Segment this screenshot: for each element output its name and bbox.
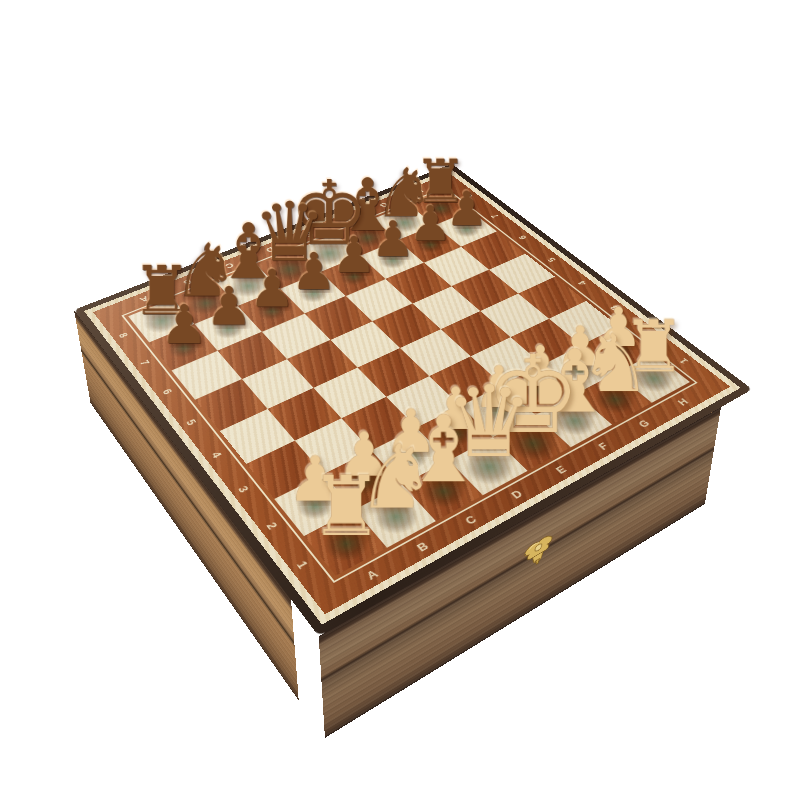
board-outer-cream-band: ABCDEFGH ABCDEFGH 87654321 87654321 ♜♞♝♛… (84, 169, 740, 625)
product-photo: ABCDEFGH ABCDEFGH 87654321 87654321 ♜♞♝♛… (0, 0, 800, 800)
chess-board: ABCDEFGH ABCDEFGH 87654321 87654321 ♜♞♝♛… (74, 164, 752, 636)
pawn-glyph: ♟ (409, 200, 452, 248)
square-a1[interactable]: ♜ (304, 510, 387, 576)
pawn-glyph: ♟ (205, 280, 252, 333)
pawn-glyph: ♟ (332, 230, 377, 280)
pawn-glyph: ♟ (249, 263, 296, 315)
board-mahogany-border: ABCDEFGH ABCDEFGH 87654321 87654321 ♜♞♝♛… (93, 173, 730, 614)
pawn-glyph: ♟ (160, 298, 208, 352)
photo-scene: ABCDEFGH ABCDEFGH 87654321 87654321 ♜♞♝♛… (0, 0, 800, 800)
rook-glyph: ♜ (309, 466, 383, 549)
brass-latch-icon (515, 526, 560, 578)
chess-box: ABCDEFGH ABCDEFGH 87654321 87654321 ♜♞♝♛… (74, 164, 752, 636)
pawn-glyph: ♟ (291, 246, 337, 297)
pawn-glyph: ♟ (371, 215, 415, 264)
